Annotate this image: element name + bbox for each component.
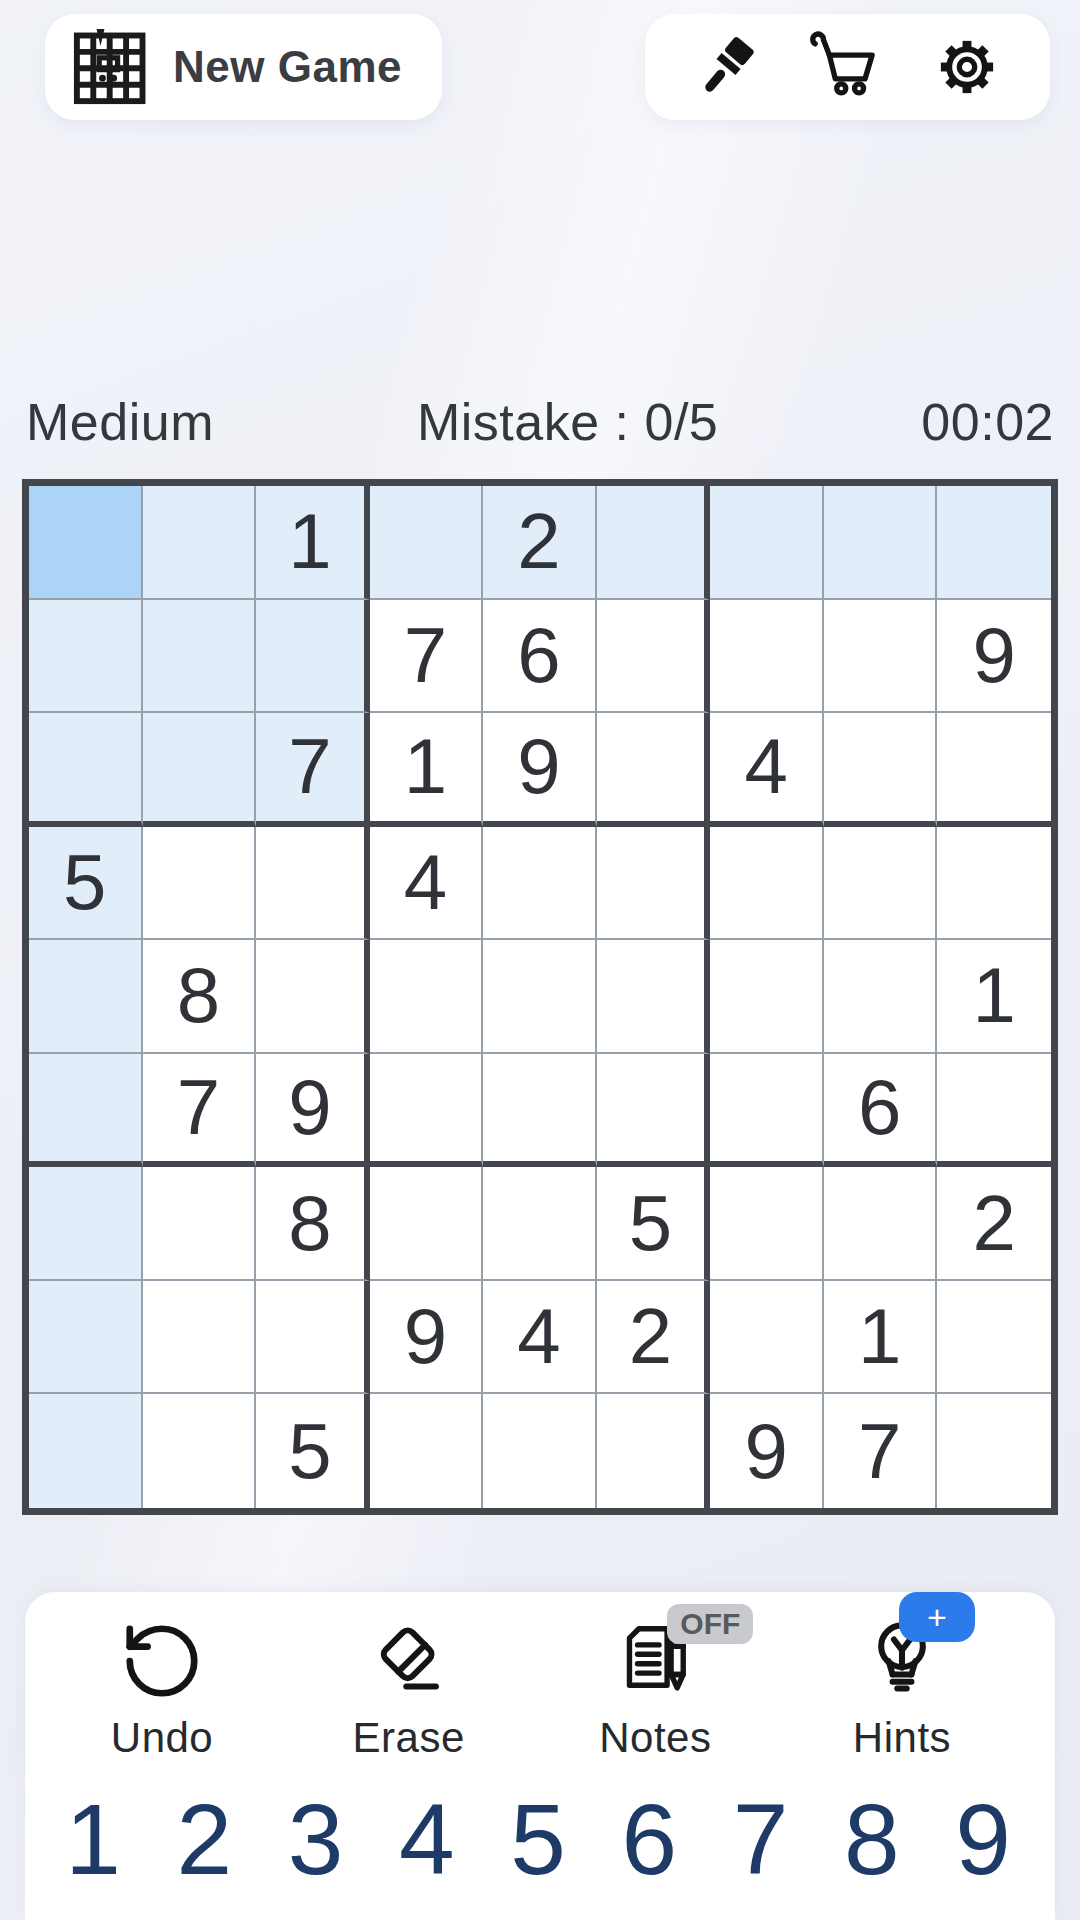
cell-r3c1[interactable] <box>29 713 143 827</box>
numpad-7[interactable]: 7 <box>731 1789 791 1889</box>
notes-off-badge: OFF <box>667 1604 753 1644</box>
timer: 00:02 <box>921 392 1054 452</box>
numpad-2[interactable]: 2 <box>174 1789 234 1889</box>
shopping-cart-icon <box>808 29 884 105</box>
mistakes-counter: Mistake : 0/5 <box>417 392 718 452</box>
cell-r5c6[interactable] <box>597 940 711 1054</box>
notes-button[interactable]: OFF No <box>580 1618 730 1762</box>
cell-r4c1[interactable]: 5 <box>29 827 143 941</box>
cell-r4c5[interactable] <box>483 827 597 941</box>
header-action-panel <box>645 14 1050 120</box>
gear-icon <box>929 29 1005 105</box>
cell-r8c6[interactable]: 2 <box>597 1281 711 1395</box>
cell-r9c1[interactable] <box>29 1394 143 1508</box>
cell-r6c8[interactable]: 6 <box>824 1054 938 1168</box>
numpad-6[interactable]: 6 <box>619 1789 679 1889</box>
numpad: 1 2 3 4 5 6 7 8 9 <box>63 1764 1013 1914</box>
status-bar: Medium Mistake : 0/5 00:02 <box>26 392 1054 452</box>
cell-r6c4[interactable] <box>370 1054 484 1168</box>
cell-r2c5[interactable]: 6 <box>483 600 597 714</box>
cell-r3c9[interactable] <box>937 713 1051 827</box>
cell-r1c5[interactable]: 2 <box>483 486 597 600</box>
theme-button[interactable] <box>690 31 762 103</box>
cell-r3c2[interactable] <box>143 713 257 827</box>
numpad-3[interactable]: 3 <box>286 1789 346 1889</box>
cell-r9c7[interactable]: 9 <box>710 1394 824 1508</box>
cell-r8c7[interactable] <box>710 1281 824 1395</box>
numpad-5[interactable]: 5 <box>508 1789 568 1889</box>
hints-plus-badge: + <box>899 1592 975 1642</box>
cell-r2c1[interactable] <box>29 600 143 714</box>
cell-r7c2[interactable] <box>143 1167 257 1281</box>
cell-r7c7[interactable] <box>710 1167 824 1281</box>
cell-r4c9[interactable] <box>937 827 1051 941</box>
cell-r2c2[interactable] <box>143 600 257 714</box>
undo-icon <box>119 1618 205 1704</box>
cell-r9c2[interactable] <box>143 1394 257 1508</box>
cell-r6c2[interactable]: 7 <box>143 1054 257 1168</box>
cell-r9c9[interactable] <box>937 1394 1051 1508</box>
cell-r1c1[interactable] <box>29 486 143 600</box>
cell-r7c3[interactable]: 8 <box>256 1167 370 1281</box>
sudoku-app-screen: New Game <box>0 0 1080 1920</box>
numpad-4[interactable]: 4 <box>397 1789 457 1889</box>
cell-r6c7[interactable] <box>710 1054 824 1168</box>
hints-button[interactable]: + Hint <box>827 1618 977 1762</box>
cell-r1c6[interactable] <box>597 486 711 600</box>
cell-r1c8[interactable] <box>824 486 938 600</box>
cell-r3c4[interactable]: 1 <box>370 713 484 827</box>
cell-r5c4[interactable] <box>370 940 484 1054</box>
cell-r8c3[interactable] <box>256 1281 370 1395</box>
cell-r7c9[interactable]: 2 <box>937 1167 1051 1281</box>
cell-r2c4[interactable]: 7 <box>370 600 484 714</box>
cell-r6c9[interactable] <box>937 1054 1051 1168</box>
cell-r7c4[interactable] <box>370 1167 484 1281</box>
cell-r6c1[interactable] <box>29 1054 143 1168</box>
shop-button[interactable] <box>808 29 884 105</box>
cell-r2c6[interactable] <box>597 600 711 714</box>
settings-button[interactable] <box>929 29 1005 105</box>
sudoku-grid-icon <box>69 25 153 109</box>
sudoku-grid: 12769719454817968529421597 <box>22 479 1058 1515</box>
cell-r2c3[interactable] <box>256 600 370 714</box>
undo-label: Undo <box>111 1714 213 1762</box>
paint-brush-icon <box>690 31 762 103</box>
cell-r8c5[interactable]: 4 <box>483 1281 597 1395</box>
undo-button[interactable]: Undo <box>87 1618 237 1762</box>
cell-r1c4[interactable] <box>370 486 484 600</box>
cell-r5c8[interactable] <box>824 940 938 1054</box>
numpad-9[interactable]: 9 <box>953 1789 1013 1889</box>
cell-r1c2[interactable] <box>143 486 257 600</box>
cell-r4c3[interactable] <box>256 827 370 941</box>
cell-r1c7[interactable] <box>710 486 824 600</box>
cell-r1c3[interactable]: 1 <box>256 486 370 600</box>
cell-r8c8[interactable]: 1 <box>824 1281 938 1395</box>
cell-r7c1[interactable] <box>29 1167 143 1281</box>
numpad-8[interactable]: 8 <box>842 1789 902 1889</box>
cell-r5c2[interactable]: 8 <box>143 940 257 1054</box>
cell-r4c2[interactable] <box>143 827 257 941</box>
cell-r5c7[interactable] <box>710 940 824 1054</box>
cell-r3c7[interactable]: 4 <box>710 713 824 827</box>
cell-r3c6[interactable] <box>597 713 711 827</box>
hints-label: Hints <box>853 1714 951 1762</box>
cell-r3c8[interactable] <box>824 713 938 827</box>
cell-r3c5[interactable]: 9 <box>483 713 597 827</box>
cell-r4c8[interactable] <box>824 827 938 941</box>
cell-r7c5[interactable] <box>483 1167 597 1281</box>
new-game-button[interactable]: New Game <box>45 14 442 120</box>
cell-r9c5[interactable] <box>483 1394 597 1508</box>
new-game-label: New Game <box>173 42 402 92</box>
erase-label: Erase <box>353 1714 465 1762</box>
cell-r2c7[interactable] <box>710 600 824 714</box>
cell-r5c5[interactable] <box>483 940 597 1054</box>
cell-r4c4[interactable]: 4 <box>370 827 484 941</box>
cell-r3c3[interactable]: 7 <box>256 713 370 827</box>
toolbar: Undo Erase OFF <box>25 1592 1055 1762</box>
cell-r7c8[interactable] <box>824 1167 938 1281</box>
cell-r5c9[interactable]: 1 <box>937 940 1051 1054</box>
eraser-icon <box>366 1618 452 1704</box>
bottom-panel: Undo Erase OFF <box>25 1592 1055 1920</box>
cell-r2c8[interactable] <box>824 600 938 714</box>
cell-r4c7[interactable] <box>710 827 824 941</box>
cell-r9c6[interactable] <box>597 1394 711 1508</box>
cell-r9c3[interactable]: 5 <box>256 1394 370 1508</box>
cell-r8c1[interactable] <box>29 1281 143 1395</box>
cell-r8c9[interactable] <box>937 1281 1051 1395</box>
cell-r6c3[interactable]: 9 <box>256 1054 370 1168</box>
cell-r6c6[interactable] <box>597 1054 711 1168</box>
cell-r9c4[interactable] <box>370 1394 484 1508</box>
cell-r9c8[interactable]: 7 <box>824 1394 938 1508</box>
cell-r7c6[interactable]: 5 <box>597 1167 711 1281</box>
cell-r6c5[interactable] <box>483 1054 597 1168</box>
cell-r5c3[interactable] <box>256 940 370 1054</box>
difficulty-label[interactable]: Medium <box>26 392 214 452</box>
cell-r5c1[interactable] <box>29 940 143 1054</box>
numpad-1[interactable]: 1 <box>63 1789 123 1889</box>
cell-r8c2[interactable] <box>143 1281 257 1395</box>
notes-label: Notes <box>599 1714 711 1762</box>
erase-button[interactable]: Erase <box>334 1618 484 1762</box>
cell-r4c6[interactable] <box>597 827 711 941</box>
cell-r1c9[interactable] <box>937 486 1051 600</box>
cell-r8c4[interactable]: 9 <box>370 1281 484 1395</box>
cell-r2c9[interactable]: 9 <box>937 600 1051 714</box>
